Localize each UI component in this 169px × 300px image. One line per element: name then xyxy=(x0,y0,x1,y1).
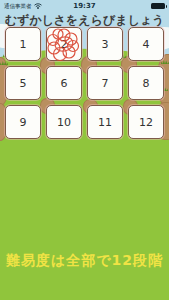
level-number: 1 xyxy=(20,38,27,51)
level-number: 10 xyxy=(57,116,71,129)
level-number: 2 xyxy=(61,38,68,51)
level-button-3[interactable]: 3 xyxy=(87,27,123,61)
level-grid: 1 2 3 4 5 6 7 8 9 10 xyxy=(5,27,164,139)
level-number: 3 xyxy=(102,38,109,51)
level-number: 12 xyxy=(139,116,153,129)
level-button-2[interactable]: 2 xyxy=(46,27,82,61)
level-number: 5 xyxy=(20,77,27,90)
difficulty-caption: 難易度は全部で12段階 xyxy=(0,252,169,270)
level-number: 4 xyxy=(143,38,150,51)
status-bar: 通信事業者 19:37 xyxy=(0,0,169,12)
level-button-1[interactable]: 1 xyxy=(5,27,41,61)
level-button-6[interactable]: 6 xyxy=(46,66,82,100)
app-screen: 通信事業者 19:37 むずかしさをえらびましょう 1 2 xyxy=(0,0,169,300)
level-button-8[interactable]: 8 xyxy=(128,66,164,100)
level-button-12[interactable]: 12 xyxy=(128,105,164,139)
level-button-11[interactable]: 11 xyxy=(87,105,123,139)
level-button-7[interactable]: 7 xyxy=(87,66,123,100)
level-number: 8 xyxy=(143,77,150,90)
level-button-9[interactable]: 9 xyxy=(5,105,41,139)
level-number: 7 xyxy=(102,77,109,90)
battery-icon xyxy=(151,3,165,9)
level-button-10[interactable]: 10 xyxy=(46,105,82,139)
level-button-4[interactable]: 4 xyxy=(128,27,164,61)
level-number: 11 xyxy=(98,116,112,129)
level-number: 6 xyxy=(61,77,68,90)
status-time: 19:37 xyxy=(0,2,169,10)
level-number: 9 xyxy=(20,116,27,129)
level-button-5[interactable]: 5 xyxy=(5,66,41,100)
